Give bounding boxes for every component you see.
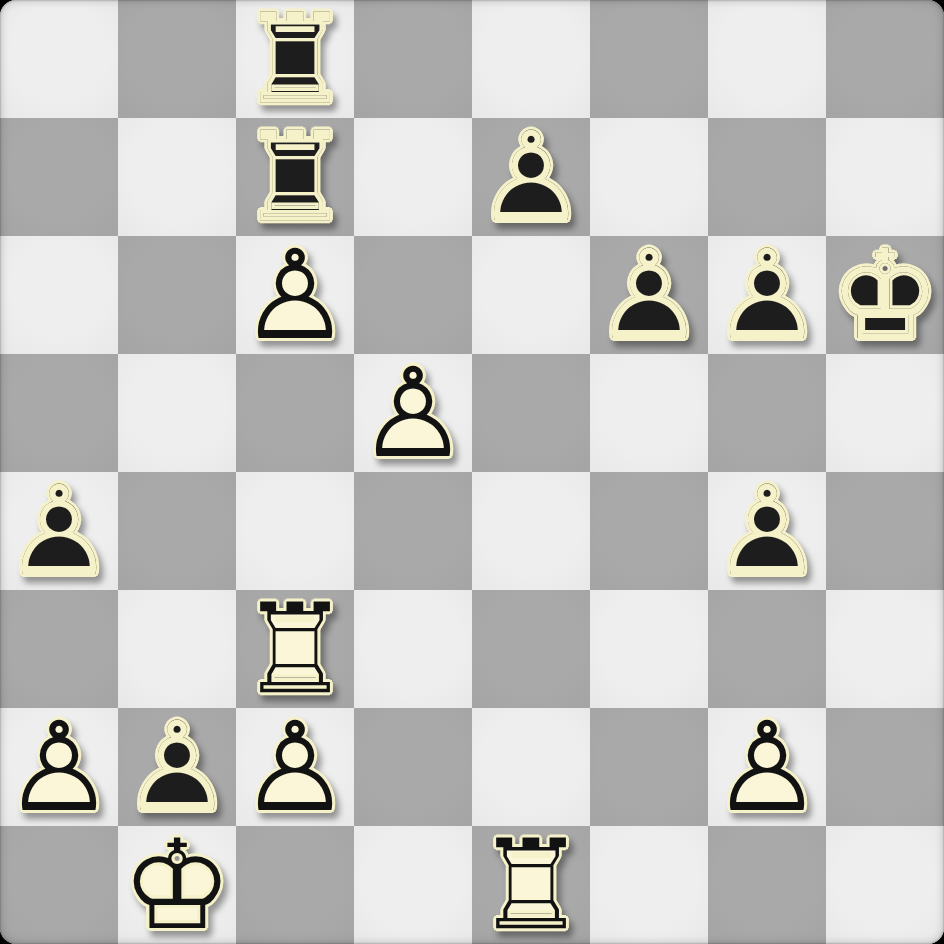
square-c3[interactable]: ♜♖ (236, 590, 354, 708)
white-rook-outline-icon: ♖ (472, 826, 590, 944)
white-rook-outline-icon: ♖ (236, 590, 354, 708)
white-rook[interactable]: ♜♖ (472, 826, 590, 944)
square-a5[interactable] (0, 354, 118, 472)
white-pawn-outline-icon: ♙ (354, 354, 472, 472)
square-a2[interactable]: ♟♙ (0, 708, 118, 826)
square-e6[interactable] (472, 236, 590, 354)
white-king-outline-icon: ♔ (118, 826, 236, 944)
square-g2[interactable]: ♟♙ (708, 708, 826, 826)
square-b2[interactable]: ♟♙ (118, 708, 236, 826)
black-pawn-outline-icon: ♙ (708, 472, 826, 590)
square-h5[interactable] (826, 354, 944, 472)
square-c7[interactable]: ♜♖ (236, 118, 354, 236)
square-e1[interactable]: ♜♖ (472, 826, 590, 944)
board-frame: ♜♖♜♖♟♙♟♙♟♙♟♙♚♔♟♙♟♙♟♙♜♖♟♙♟♙♟♙♟♙♚♔♜♖ (0, 0, 944, 944)
square-g6[interactable]: ♟♙ (708, 236, 826, 354)
square-c4[interactable] (236, 472, 354, 590)
square-g8[interactable] (708, 0, 826, 118)
square-d1[interactable] (354, 826, 472, 944)
square-e3[interactable] (472, 590, 590, 708)
square-e2[interactable] (472, 708, 590, 826)
square-h7[interactable] (826, 118, 944, 236)
black-pawn-outline-icon: ♙ (472, 118, 590, 236)
square-h4[interactable] (826, 472, 944, 590)
square-c5[interactable] (236, 354, 354, 472)
square-d6[interactable] (354, 236, 472, 354)
square-b6[interactable] (118, 236, 236, 354)
square-d8[interactable] (354, 0, 472, 118)
square-g1[interactable] (708, 826, 826, 944)
square-d7[interactable] (354, 118, 472, 236)
square-c8[interactable]: ♜♖ (236, 0, 354, 118)
square-a3[interactable] (0, 590, 118, 708)
white-king[interactable]: ♚♔ (118, 826, 236, 944)
white-pawn[interactable]: ♟♙ (0, 708, 118, 826)
square-d4[interactable] (354, 472, 472, 590)
square-h1[interactable] (826, 826, 944, 944)
square-f3[interactable] (590, 590, 708, 708)
square-a1[interactable] (0, 826, 118, 944)
black-pawn[interactable]: ♟♙ (708, 236, 826, 354)
square-h6[interactable]: ♚♔ (826, 236, 944, 354)
square-h8[interactable] (826, 0, 944, 118)
square-f8[interactable] (590, 0, 708, 118)
black-pawn[interactable]: ♟♙ (0, 472, 118, 590)
black-king[interactable]: ♚♔ (826, 236, 944, 354)
square-b3[interactable] (118, 590, 236, 708)
black-rook-outline-icon: ♖ (236, 0, 354, 118)
black-rook-outline-icon: ♖ (236, 118, 354, 236)
square-e8[interactable] (472, 0, 590, 118)
square-a7[interactable] (0, 118, 118, 236)
square-d3[interactable] (354, 590, 472, 708)
square-f2[interactable] (590, 708, 708, 826)
square-a4[interactable]: ♟♙ (0, 472, 118, 590)
square-e5[interactable] (472, 354, 590, 472)
square-g4[interactable]: ♟♙ (708, 472, 826, 590)
white-rook[interactable]: ♜♖ (236, 590, 354, 708)
black-pawn-outline-icon: ♙ (708, 236, 826, 354)
square-h3[interactable] (826, 590, 944, 708)
white-pawn[interactable]: ♟♙ (354, 354, 472, 472)
square-a6[interactable] (0, 236, 118, 354)
white-pawn[interactable]: ♟♙ (236, 236, 354, 354)
square-c1[interactable] (236, 826, 354, 944)
square-f5[interactable] (590, 354, 708, 472)
square-f1[interactable] (590, 826, 708, 944)
square-d5[interactable]: ♟♙ (354, 354, 472, 472)
white-pawn-outline-icon: ♙ (0, 708, 118, 826)
square-f6[interactable]: ♟♙ (590, 236, 708, 354)
square-f4[interactable] (590, 472, 708, 590)
square-e7[interactable]: ♟♙ (472, 118, 590, 236)
white-pawn-outline-icon: ♙ (708, 708, 826, 826)
square-b4[interactable] (118, 472, 236, 590)
square-d2[interactable] (354, 708, 472, 826)
black-pawn-outline-icon: ♙ (590, 236, 708, 354)
black-pawn[interactable]: ♟♙ (472, 118, 590, 236)
square-b5[interactable] (118, 354, 236, 472)
square-f7[interactable] (590, 118, 708, 236)
square-b8[interactable] (118, 0, 236, 118)
white-pawn[interactable]: ♟♙ (236, 708, 354, 826)
square-a8[interactable] (0, 0, 118, 118)
square-c6[interactable]: ♟♙ (236, 236, 354, 354)
black-king-outline-icon: ♔ (826, 236, 944, 354)
black-pawn-outline-icon: ♙ (118, 708, 236, 826)
white-pawn-outline-icon: ♙ (236, 236, 354, 354)
chess-board: ♜♖♜♖♟♙♟♙♟♙♟♙♚♔♟♙♟♙♟♙♜♖♟♙♟♙♟♙♟♙♚♔♜♖ (0, 0, 944, 944)
square-g3[interactable] (708, 590, 826, 708)
black-rook[interactable]: ♜♖ (236, 0, 354, 118)
black-pawn[interactable]: ♟♙ (590, 236, 708, 354)
square-b7[interactable] (118, 118, 236, 236)
black-rook[interactable]: ♜♖ (236, 118, 354, 236)
square-e4[interactable] (472, 472, 590, 590)
square-c2[interactable]: ♟♙ (236, 708, 354, 826)
black-pawn[interactable]: ♟♙ (708, 472, 826, 590)
white-pawn[interactable]: ♟♙ (708, 708, 826, 826)
white-pawn-outline-icon: ♙ (236, 708, 354, 826)
square-g5[interactable] (708, 354, 826, 472)
square-h2[interactable] (826, 708, 944, 826)
square-g7[interactable] (708, 118, 826, 236)
black-pawn[interactable]: ♟♙ (118, 708, 236, 826)
black-pawn-outline-icon: ♙ (0, 472, 118, 590)
square-b1[interactable]: ♚♔ (118, 826, 236, 944)
